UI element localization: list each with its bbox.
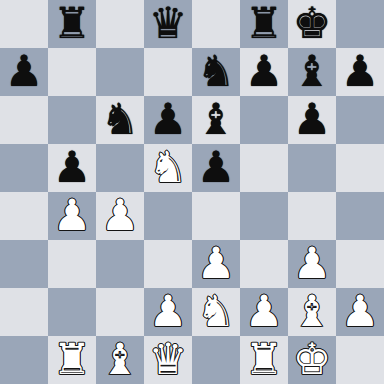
piece-black-pawn[interactable]: ♟ [197, 146, 236, 189]
square-e4[interactable] [192, 192, 240, 240]
square-d1[interactable]: ♛ [144, 336, 192, 384]
piece-white-bishop[interactable]: ♝ [293, 290, 332, 333]
piece-black-bishop[interactable]: ♝ [197, 98, 236, 141]
square-e6[interactable]: ♝ [192, 96, 240, 144]
square-g5[interactable] [288, 144, 336, 192]
square-e3[interactable]: ♟ [192, 240, 240, 288]
square-h4[interactable] [336, 192, 384, 240]
square-d5[interactable]: ♞ [144, 144, 192, 192]
square-d4[interactable] [144, 192, 192, 240]
square-f4[interactable] [240, 192, 288, 240]
square-b5[interactable]: ♟ [48, 144, 96, 192]
square-f1[interactable]: ♜ [240, 336, 288, 384]
square-e5[interactable]: ♟ [192, 144, 240, 192]
square-h1[interactable] [336, 336, 384, 384]
square-e8[interactable] [192, 0, 240, 48]
piece-white-pawn[interactable]: ♟ [101, 194, 140, 237]
piece-white-pawn[interactable]: ♟ [197, 242, 236, 285]
piece-white-king[interactable]: ♚ [293, 338, 332, 381]
piece-white-pawn[interactable]: ♟ [245, 290, 284, 333]
square-f5[interactable] [240, 144, 288, 192]
piece-black-knight[interactable]: ♞ [101, 98, 140, 141]
square-h5[interactable] [336, 144, 384, 192]
piece-black-bishop[interactable]: ♝ [293, 50, 332, 93]
square-h6[interactable] [336, 96, 384, 144]
square-g4[interactable] [288, 192, 336, 240]
square-a2[interactable] [0, 288, 48, 336]
piece-black-queen[interactable]: ♛ [149, 2, 188, 45]
square-h3[interactable] [336, 240, 384, 288]
square-a1[interactable] [0, 336, 48, 384]
square-b8[interactable]: ♜ [48, 0, 96, 48]
square-a6[interactable] [0, 96, 48, 144]
square-a4[interactable] [0, 192, 48, 240]
piece-black-rook[interactable]: ♜ [53, 2, 92, 45]
square-a5[interactable] [0, 144, 48, 192]
square-b6[interactable] [48, 96, 96, 144]
square-e2[interactable]: ♞ [192, 288, 240, 336]
piece-white-bishop[interactable]: ♝ [101, 338, 140, 381]
piece-black-knight[interactable]: ♞ [197, 50, 236, 93]
square-b1[interactable]: ♜ [48, 336, 96, 384]
piece-black-pawn[interactable]: ♟ [245, 50, 284, 93]
square-c3[interactable] [96, 240, 144, 288]
square-g7[interactable]: ♝ [288, 48, 336, 96]
square-d7[interactable] [144, 48, 192, 96]
square-c7[interactable] [96, 48, 144, 96]
square-h2[interactable]: ♟ [336, 288, 384, 336]
piece-white-pawn[interactable]: ♟ [293, 242, 332, 285]
piece-black-pawn[interactable]: ♟ [341, 50, 380, 93]
square-e1[interactable] [192, 336, 240, 384]
square-c4[interactable]: ♟ [96, 192, 144, 240]
square-f8[interactable]: ♜ [240, 0, 288, 48]
piece-white-knight[interactable]: ♞ [149, 146, 188, 189]
square-f2[interactable]: ♟ [240, 288, 288, 336]
piece-white-pawn[interactable]: ♟ [53, 194, 92, 237]
square-d3[interactable] [144, 240, 192, 288]
square-g1[interactable]: ♚ [288, 336, 336, 384]
piece-white-queen[interactable]: ♛ [149, 338, 188, 381]
square-c8[interactable] [96, 0, 144, 48]
square-g8[interactable]: ♚ [288, 0, 336, 48]
square-f6[interactable] [240, 96, 288, 144]
square-d8[interactable]: ♛ [144, 0, 192, 48]
piece-white-rook[interactable]: ♜ [245, 338, 284, 381]
square-c6[interactable]: ♞ [96, 96, 144, 144]
square-c2[interactable] [96, 288, 144, 336]
square-b4[interactable]: ♟ [48, 192, 96, 240]
square-g3[interactable]: ♟ [288, 240, 336, 288]
piece-white-pawn[interactable]: ♟ [149, 290, 188, 333]
square-g2[interactable]: ♝ [288, 288, 336, 336]
piece-black-rook[interactable]: ♜ [245, 2, 284, 45]
square-a3[interactable] [0, 240, 48, 288]
piece-white-rook[interactable]: ♜ [53, 338, 92, 381]
square-h7[interactable]: ♟ [336, 48, 384, 96]
square-f7[interactable]: ♟ [240, 48, 288, 96]
piece-black-pawn[interactable]: ♟ [293, 98, 332, 141]
square-g6[interactable]: ♟ [288, 96, 336, 144]
square-c1[interactable]: ♝ [96, 336, 144, 384]
piece-white-pawn[interactable]: ♟ [341, 290, 380, 333]
square-b7[interactable] [48, 48, 96, 96]
piece-black-pawn[interactable]: ♟ [149, 98, 188, 141]
square-b2[interactable] [48, 288, 96, 336]
piece-black-pawn[interactable]: ♟ [5, 50, 44, 93]
square-d2[interactable]: ♟ [144, 288, 192, 336]
piece-black-pawn[interactable]: ♟ [53, 146, 92, 189]
square-a7[interactable]: ♟ [0, 48, 48, 96]
piece-white-knight[interactable]: ♞ [197, 290, 236, 333]
square-e7[interactable]: ♞ [192, 48, 240, 96]
square-f3[interactable] [240, 240, 288, 288]
square-b3[interactable] [48, 240, 96, 288]
square-c5[interactable] [96, 144, 144, 192]
chess-board: ♜♛♜♚♟♞♟♝♟♞♟♝♟♟♞♟♟♟♟♟♟♞♟♝♟♜♝♛♜♚ [0, 0, 384, 384]
square-h8[interactable] [336, 0, 384, 48]
square-d6[interactable]: ♟ [144, 96, 192, 144]
square-a8[interactable] [0, 0, 48, 48]
piece-black-king[interactable]: ♚ [293, 2, 332, 45]
